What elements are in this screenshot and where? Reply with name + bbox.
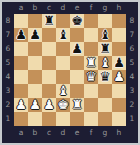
square-h6[interactable] [112,42,126,56]
black-rook-g6[interactable]: ♜ [99,42,111,56]
rank-label-8-left: 8 [2,14,14,28]
chess-board: abcdefgh8♜♚87♟♟♝♝76♟♜65♜♝♟54♛♛♟43♝32♟♟♟♚… [2,2,138,143]
square-h3[interactable] [112,84,126,98]
file-label-d-bottom: d [56,126,70,143]
black-rook-c8[interactable]: ♜ [43,14,55,28]
file-label-a-bottom: a [14,126,28,143]
square-c6[interactable] [42,42,56,56]
rank-label-8-right: 8 [126,14,138,28]
square-d7[interactable]: ♝ [56,28,70,42]
black-bishop-d7[interactable]: ♝ [57,28,69,42]
square-a3[interactable] [14,84,28,98]
square-d4[interactable] [56,70,70,84]
square-a4[interactable] [14,70,28,84]
white-pawn-c2[interactable]: ♟ [43,98,55,112]
square-b2[interactable]: ♟ [28,98,42,112]
rank-label-3-right: 3 [126,84,138,98]
square-c2[interactable]: ♟ [42,98,56,112]
square-e6[interactable]: ♟ [70,42,84,56]
square-b5[interactable] [28,56,42,70]
square-g6[interactable]: ♜ [98,42,112,56]
white-rook-f5[interactable]: ♜ [85,56,97,70]
square-h2[interactable] [112,98,126,112]
square-b6[interactable] [28,42,42,56]
file-label-b-top: b [28,2,42,14]
square-e3[interactable] [70,84,84,98]
black-pawn-a7[interactable]: ♟ [15,28,27,42]
square-a8[interactable] [14,14,28,28]
rank-label-5-right: 5 [126,56,138,70]
square-f5[interactable]: ♜ [84,56,98,70]
square-a7[interactable]: ♟ [14,28,28,42]
square-e8[interactable]: ♚ [70,14,84,28]
square-f7[interactable] [84,28,98,42]
square-c1[interactable] [42,112,56,126]
square-g1[interactable] [98,112,112,126]
file-label-h-top: h [112,2,126,14]
file-label-c-top: c [42,2,56,14]
square-d3[interactable]: ♝ [56,84,70,98]
square-a6[interactable] [14,42,28,56]
white-king-d2[interactable]: ♚ [57,98,69,112]
square-d6[interactable] [56,42,70,56]
white-bishop-d3[interactable]: ♝ [57,84,69,98]
border-corner [2,126,14,143]
square-g2[interactable] [98,98,112,112]
rank-label-7-right: 7 [126,28,138,42]
white-pawn-h4[interactable]: ♟ [113,70,125,84]
square-e5[interactable] [70,56,84,70]
border-corner [126,2,138,14]
square-g3[interactable] [98,84,112,98]
square-g4[interactable]: ♛ [98,70,112,84]
square-h4[interactable]: ♟ [112,70,126,84]
square-e1[interactable] [70,112,84,126]
square-c4[interactable] [42,70,56,84]
white-bishop-g5[interactable]: ♝ [99,56,111,70]
white-pawn-a2[interactable]: ♟ [15,98,27,112]
square-h7[interactable] [112,28,126,42]
white-pawn-b2[interactable]: ♟ [29,98,41,112]
white-rook-e2[interactable]: ♜ [71,98,83,112]
rank-label-3-left: 3 [2,84,14,98]
square-b8[interactable] [28,14,42,28]
square-h8[interactable] [112,14,126,28]
rank-label-1-right: 1 [126,112,138,126]
black-bishop-g7[interactable]: ♝ [99,28,111,42]
square-a5[interactable] [14,56,28,70]
rank-label-2-right: 2 [126,98,138,112]
file-label-f-bottom: f [84,126,98,143]
rank-label-6-right: 6 [126,42,138,56]
square-b4[interactable] [28,70,42,84]
border-corner [2,2,14,14]
chessboard-frame: abcdefgh8♜♚87♟♟♝♝76♟♜65♜♝♟54♛♛♟43♝32♟♟♟♚… [0,0,140,145]
file-label-a-top: a [14,2,28,14]
square-e2[interactable]: ♜ [70,98,84,112]
square-b7[interactable]: ♟ [28,28,42,42]
square-a1[interactable] [14,112,28,126]
square-g8[interactable] [98,14,112,28]
rank-label-4-left: 4 [2,70,14,84]
rank-label-2-left: 2 [2,98,14,112]
square-c7[interactable] [42,28,56,42]
file-label-f-top: f [84,2,98,14]
black-pawn-h5[interactable]: ♟ [113,56,125,70]
square-b3[interactable] [28,84,42,98]
square-c5[interactable] [42,56,56,70]
square-g5[interactable]: ♝ [98,56,112,70]
square-e7[interactable] [70,28,84,42]
square-e4[interactable] [70,70,84,84]
black-pawn-e6[interactable]: ♟ [71,42,83,56]
white-queen-f4[interactable]: ♛ [85,70,97,84]
square-a2[interactable]: ♟ [14,98,28,112]
file-label-d-top: d [56,2,70,14]
file-label-b-bottom: b [28,126,42,143]
border-corner [126,126,138,143]
rank-label-7-left: 7 [2,28,14,42]
square-f2[interactable] [84,98,98,112]
black-queen-g4[interactable]: ♛ [99,70,111,84]
square-g7[interactable]: ♝ [98,28,112,42]
square-f4[interactable]: ♛ [84,70,98,84]
file-label-h-bottom: h [112,126,126,143]
square-c3[interactable] [42,84,56,98]
black-king-e8[interactable]: ♚ [71,14,83,28]
rank-label-5-left: 5 [2,56,14,70]
square-d5[interactable] [56,56,70,70]
square-h5[interactable]: ♟ [112,56,126,70]
square-d1[interactable] [56,112,70,126]
square-f3[interactable] [84,84,98,98]
square-c8[interactable]: ♜ [42,14,56,28]
square-b1[interactable] [28,112,42,126]
black-pawn-b7[interactable]: ♟ [29,28,41,42]
rank-label-1-left: 1 [2,112,14,126]
rank-label-4-right: 4 [126,70,138,84]
square-h1[interactable] [112,112,126,126]
square-f1[interactable] [84,112,98,126]
rank-label-6-left: 6 [2,42,14,56]
file-label-e-top: e [70,2,84,14]
square-d2[interactable]: ♚ [56,98,70,112]
square-d8[interactable] [56,14,70,28]
square-f8[interactable] [84,14,98,28]
file-label-g-top: g [98,2,112,14]
file-label-c-bottom: c [42,126,56,143]
file-label-g-bottom: g [98,126,112,143]
square-f6[interactable] [84,42,98,56]
file-label-e-bottom: e [70,126,84,143]
